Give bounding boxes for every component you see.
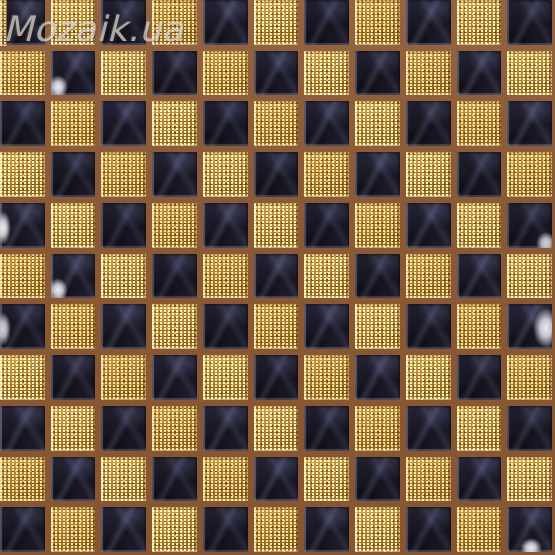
gold-glitter-tile: [51, 101, 96, 146]
gold-glitter-tile: [152, 0, 197, 45]
gold-glitter-tile: [254, 507, 299, 552]
dark-glass-tile: [304, 101, 349, 146]
dark-glass-tile: [203, 507, 248, 552]
gold-glitter-tile: [406, 254, 451, 299]
dark-glass-tile: [355, 355, 400, 400]
gold-glitter-tile: [457, 507, 502, 552]
dark-glass-tile: [304, 406, 349, 451]
cropped-gold-tile-sliver: [0, 0, 7, 46]
dark-glass-tile: [406, 203, 451, 248]
gold-glitter-tile: [355, 101, 400, 146]
gold-glitter-tile: [507, 457, 552, 502]
dark-glass-tile: [101, 0, 146, 45]
dark-glass-tile: [355, 457, 400, 502]
gold-glitter-tile: [355, 203, 400, 248]
dark-glass-tile: [355, 152, 400, 197]
mosaic-sheet-photo: Mozaik.ua: [0, 0, 555, 555]
gold-glitter-tile: [0, 152, 45, 197]
gold-glitter-tile: [457, 203, 502, 248]
gold-glitter-tile: [355, 0, 400, 45]
gold-glitter-tile: [0, 51, 45, 96]
gold-glitter-tile: [152, 507, 197, 552]
dark-glass-tile: [254, 254, 299, 299]
gold-glitter-tile: [152, 101, 197, 146]
dark-glass-tile: [203, 101, 248, 146]
dark-glass-tile: [101, 406, 146, 451]
mosaic-board: [0, 0, 555, 555]
dark-glass-tile: [304, 507, 349, 552]
gold-glitter-tile: [304, 51, 349, 96]
gold-glitter-tile: [101, 254, 146, 299]
gold-glitter-tile: [355, 406, 400, 451]
gold-glitter-tile: [203, 355, 248, 400]
dark-glass-tile: [203, 203, 248, 248]
dark-glass-tile: [304, 304, 349, 349]
dark-glass-tile: [51, 254, 96, 299]
dark-glass-tile: [507, 203, 552, 248]
dark-glass-tile: [51, 152, 96, 197]
gold-glitter-tile: [203, 457, 248, 502]
gold-glitter-tile: [101, 457, 146, 502]
dark-glass-tile: [0, 101, 45, 146]
dark-glass-tile: [406, 406, 451, 451]
dark-glass-tile: [507, 507, 552, 552]
gold-glitter-tile: [101, 355, 146, 400]
dark-glass-tile: [507, 304, 552, 349]
gold-glitter-tile: [254, 0, 299, 45]
gold-glitter-tile: [51, 304, 96, 349]
dark-glass-tile: [457, 51, 502, 96]
dark-glass-tile: [254, 355, 299, 400]
gold-glitter-tile: [304, 457, 349, 502]
dark-glass-tile: [152, 51, 197, 96]
dark-glass-tile: [152, 254, 197, 299]
gold-glitter-tile: [406, 355, 451, 400]
gold-glitter-tile: [51, 507, 96, 552]
gold-glitter-tile: [304, 355, 349, 400]
gold-glitter-tile: [304, 254, 349, 299]
dark-glass-tile: [203, 304, 248, 349]
dark-glass-tile: [101, 203, 146, 248]
dark-glass-tile: [203, 406, 248, 451]
gold-glitter-tile: [254, 101, 299, 146]
gold-glitter-tile: [507, 152, 552, 197]
gold-glitter-tile: [152, 406, 197, 451]
gold-glitter-tile: [457, 304, 502, 349]
gold-glitter-tile: [51, 406, 96, 451]
gold-glitter-tile: [406, 457, 451, 502]
dark-glass-tile: [101, 507, 146, 552]
gold-glitter-tile: [254, 406, 299, 451]
gold-glitter-tile: [507, 254, 552, 299]
dark-glass-tile: [203, 0, 248, 45]
gold-glitter-tile: [51, 0, 96, 45]
gold-glitter-tile: [457, 0, 502, 45]
dark-glass-tile: [0, 304, 45, 349]
dark-glass-tile: [406, 304, 451, 349]
dark-glass-tile: [457, 457, 502, 502]
dark-glass-tile: [457, 254, 502, 299]
gold-glitter-tile: [457, 406, 502, 451]
gold-glitter-tile: [406, 51, 451, 96]
gold-glitter-tile: [355, 507, 400, 552]
dark-glass-tile: [0, 406, 45, 451]
dark-glass-tile: [457, 355, 502, 400]
gold-glitter-tile: [152, 304, 197, 349]
dark-glass-tile: [304, 0, 349, 45]
dark-glass-tile: [406, 0, 451, 45]
dark-glass-tile: [152, 457, 197, 502]
gold-glitter-tile: [507, 51, 552, 96]
gold-glitter-tile: [254, 304, 299, 349]
dark-glass-tile: [152, 355, 197, 400]
gold-glitter-tile: [203, 51, 248, 96]
gold-glitter-tile: [0, 355, 45, 400]
gold-glitter-tile: [304, 152, 349, 197]
dark-glass-tile: [406, 101, 451, 146]
gold-glitter-tile: [101, 51, 146, 96]
dark-glass-tile: [101, 101, 146, 146]
gold-glitter-tile: [507, 355, 552, 400]
gold-glitter-tile: [0, 457, 45, 502]
gold-glitter-tile: [51, 203, 96, 248]
gold-glitter-tile: [0, 254, 45, 299]
gold-glitter-tile: [203, 152, 248, 197]
gold-glitter-tile: [457, 101, 502, 146]
dark-glass-tile: [304, 203, 349, 248]
gold-glitter-tile: [406, 152, 451, 197]
dark-glass-tile: [0, 203, 45, 248]
dark-glass-tile: [406, 507, 451, 552]
dark-glass-tile: [254, 51, 299, 96]
dark-glass-tile: [101, 304, 146, 349]
dark-glass-tile: [152, 152, 197, 197]
gold-glitter-tile: [254, 203, 299, 248]
dark-glass-tile: [51, 355, 96, 400]
dark-glass-tile: [355, 254, 400, 299]
gold-glitter-tile: [203, 254, 248, 299]
gold-glitter-tile: [152, 203, 197, 248]
dark-glass-tile: [51, 457, 96, 502]
gold-glitter-tile: [101, 152, 146, 197]
dark-glass-tile: [457, 152, 502, 197]
gold-glitter-tile: [355, 304, 400, 349]
dark-glass-tile: [0, 507, 45, 552]
dark-glass-tile: [507, 0, 552, 45]
dark-glass-tile: [254, 457, 299, 502]
dark-glass-tile: [254, 152, 299, 197]
dark-glass-tile: [507, 101, 552, 146]
dark-glass-tile: [355, 51, 400, 96]
dark-glass-tile: [507, 406, 552, 451]
dark-glass-tile: [51, 51, 96, 96]
